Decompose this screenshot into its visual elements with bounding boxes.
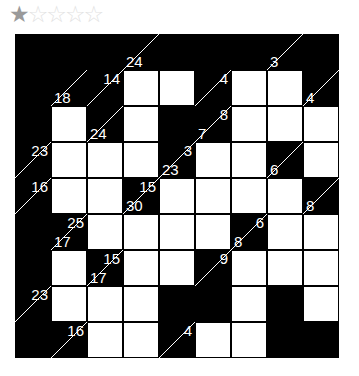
- entry-cell-r7c5[interactable]: [159, 250, 195, 286]
- entry-cell-r5c5[interactable]: [159, 178, 195, 214]
- block-cell-r1c1: [15, 34, 51, 70]
- clue-cell-r5c9: 8: [303, 178, 339, 214]
- entry-cell-r7c4[interactable]: [123, 250, 159, 286]
- block-cell-r3c1: [15, 106, 51, 142]
- clue-cell-r5c1: 16: [15, 178, 51, 214]
- entry-cell-r9c7[interactable]: [231, 322, 267, 358]
- entry-cell-r2c5[interactable]: [159, 70, 195, 106]
- across-clue: 4: [184, 323, 192, 338]
- block-cell-r1c6: [195, 34, 231, 70]
- clue-cell-r2c9: 4: [303, 70, 339, 106]
- entry-cell-r6c5[interactable]: [159, 214, 195, 250]
- entry-cell-r4c7[interactable]: [231, 142, 267, 178]
- block-cell-r8c8: [267, 286, 303, 322]
- across-clue: 23: [31, 287, 48, 302]
- entry-cell-r2c8[interactable]: [267, 70, 303, 106]
- down-clue: 8: [234, 234, 242, 249]
- difficulty-rating: ★☆☆☆☆: [9, 2, 102, 26]
- clue-cell-r2c3: 14: [87, 70, 123, 106]
- clue-cell-r4c1: 23: [15, 142, 51, 178]
- star-empty-icon: ☆: [65, 1, 84, 27]
- down-clue: 6: [270, 162, 278, 177]
- clue-cell-r1c8: 3: [267, 34, 303, 70]
- entry-cell-r3c9[interactable]: [303, 106, 339, 142]
- across-clue: 3: [184, 143, 192, 158]
- block-cell-r7c1: [15, 250, 51, 286]
- block-cell-r8c6: [195, 286, 231, 322]
- entry-cell-r3c4[interactable]: [123, 106, 159, 142]
- down-clue: 24: [90, 126, 107, 141]
- across-clue: 23: [31, 143, 48, 158]
- clue-cell-r9c2: 16: [51, 322, 87, 358]
- down-clue: 30: [126, 198, 143, 213]
- block-cell-r1c2: [51, 34, 87, 70]
- entry-cell-r6c9[interactable]: [303, 214, 339, 250]
- clue-cell-r7c3: 1715: [87, 250, 123, 286]
- entry-cell-r5c7[interactable]: [231, 178, 267, 214]
- entry-cell-r3c2[interactable]: [51, 106, 87, 142]
- entry-cell-r9c6[interactable]: [195, 322, 231, 358]
- clue-cell-r6c2: 1725: [51, 214, 87, 250]
- entry-cell-r3c8[interactable]: [267, 106, 303, 142]
- entry-cell-r7c8[interactable]: [267, 250, 303, 286]
- clue-cell-r7c6: 9: [195, 250, 231, 286]
- across-clue: 6: [256, 215, 264, 230]
- entry-cell-r5c2[interactable]: [51, 178, 87, 214]
- entry-cell-r5c6[interactable]: [195, 178, 231, 214]
- entry-cell-r8c4[interactable]: [123, 286, 159, 322]
- star-empty-icon: ☆: [84, 1, 103, 27]
- entry-cell-r3c7[interactable]: [231, 106, 267, 142]
- block-cell-r6c1: [15, 214, 51, 250]
- entry-cell-r7c7[interactable]: [231, 250, 267, 286]
- clue-cell-r6c7: 86: [231, 214, 267, 250]
- entry-cell-r5c3[interactable]: [87, 178, 123, 214]
- across-clue: 14: [103, 71, 120, 86]
- entry-cell-r4c6[interactable]: [195, 142, 231, 178]
- across-clue: 16: [67, 323, 84, 338]
- entry-cell-r4c3[interactable]: [87, 142, 123, 178]
- down-clue: 23: [162, 162, 179, 177]
- entry-cell-r2c7[interactable]: [231, 70, 267, 106]
- down-clue: 7: [198, 126, 206, 141]
- block-cell-r3c5: [159, 106, 195, 142]
- down-clue: 17: [90, 270, 107, 285]
- clue-cell-r1c4: 24: [123, 34, 159, 70]
- clue-cell-r9c5: 4: [159, 322, 195, 358]
- star-empty-icon: ☆: [28, 1, 47, 27]
- clue-cell-r4c8: 6: [267, 142, 303, 178]
- clue-cell-r2c6: 4: [195, 70, 231, 106]
- across-clue: 25: [67, 215, 84, 230]
- across-clue: 9: [220, 251, 228, 266]
- block-cell-r1c7: [231, 34, 267, 70]
- entry-cell-r7c2[interactable]: [51, 250, 87, 286]
- clue-cell-r4c5: 233: [159, 142, 195, 178]
- block-cell-r9c9: [303, 322, 339, 358]
- block-cell-r9c1: [15, 322, 51, 358]
- star-empty-icon: ☆: [46, 1, 65, 27]
- clue-cell-r3c3: 24: [87, 106, 123, 142]
- down-clue: 4: [306, 90, 314, 105]
- block-cell-r2c1: [15, 70, 51, 106]
- clue-cell-r2c2: 18: [51, 70, 87, 106]
- down-clue: 17: [54, 234, 71, 249]
- across-clue: 8: [220, 107, 228, 122]
- entry-cell-r6c4[interactable]: [123, 214, 159, 250]
- entry-cell-r6c6[interactable]: [195, 214, 231, 250]
- clue-cell-r8c1: 23: [15, 286, 51, 322]
- entry-cell-r9c3[interactable]: [87, 322, 123, 358]
- entry-cell-r8c7[interactable]: [231, 286, 267, 322]
- block-cell-r1c3: [87, 34, 123, 70]
- entry-cell-r4c4[interactable]: [123, 142, 159, 178]
- entry-cell-r8c9[interactable]: [303, 286, 339, 322]
- entry-cell-r9c4[interactable]: [123, 322, 159, 358]
- entry-cell-r5c8[interactable]: [267, 178, 303, 214]
- across-clue: 15: [139, 179, 156, 194]
- entry-cell-r7c9[interactable]: [303, 250, 339, 286]
- clue-cell-r5c4: 3015: [123, 178, 159, 214]
- down-clue: 3: [270, 54, 278, 69]
- clue-cell-r3c6: 78: [195, 106, 231, 142]
- down-clue: 8: [306, 198, 314, 213]
- across-clue: 4: [220, 71, 228, 86]
- star-filled-icon: ★: [9, 1, 28, 27]
- block-cell-r1c9: [303, 34, 339, 70]
- entry-cell-r8c2[interactable]: [51, 286, 87, 322]
- entry-cell-r4c9[interactable]: [303, 142, 339, 178]
- page: { "game": "kakuro", "grid_size": {"rows"…: [0, 0, 359, 376]
- across-clue: 15: [103, 251, 120, 266]
- across-clue: 16: [31, 179, 48, 194]
- down-clue: 18: [54, 90, 71, 105]
- entry-cell-r8c3[interactable]: [87, 286, 123, 322]
- kakuro-board: 2431814442478232336163015817258617159231…: [15, 34, 339, 358]
- entry-cell-r4c2[interactable]: [51, 142, 87, 178]
- block-cell-r1c5: [159, 34, 195, 70]
- down-clue: 24: [126, 54, 143, 69]
- block-cell-r9c8: [267, 322, 303, 358]
- block-cell-r8c5: [159, 286, 195, 322]
- entry-cell-r6c3[interactable]: [87, 214, 123, 250]
- entry-cell-r2c4[interactable]: [123, 70, 159, 106]
- entry-cell-r6c8[interactable]: [267, 214, 303, 250]
